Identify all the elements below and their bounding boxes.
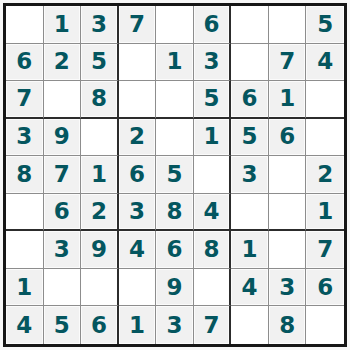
cell-r3c7[interactable]: 6 [231, 81, 269, 119]
cell-r8c2[interactable] [44, 269, 82, 307]
cell-r7c9[interactable]: 7 [306, 231, 344, 269]
cell-r7c2[interactable]: 3 [44, 231, 82, 269]
cell-r2c4[interactable] [119, 44, 157, 82]
cell-r1c9[interactable]: 5 [306, 6, 344, 44]
cell-r5c1[interactable]: 8 [6, 156, 44, 194]
cell-r9c2[interactable]: 5 [44, 306, 82, 344]
cell-r3c8[interactable]: 1 [269, 81, 307, 119]
cell-r7c4[interactable]: 4 [119, 231, 157, 269]
cell-r9c6[interactable]: 7 [194, 306, 232, 344]
cell-r2c7[interactable] [231, 44, 269, 82]
cell-r8c4[interactable] [119, 269, 157, 307]
cell-r5c2[interactable]: 7 [44, 156, 82, 194]
cell-r1c6[interactable]: 6 [194, 6, 232, 44]
cell-r4c8[interactable]: 6 [269, 119, 307, 157]
cell-r7c5[interactable]: 6 [156, 231, 194, 269]
cell-r4c9[interactable] [306, 119, 344, 157]
cell-r5c6[interactable] [194, 156, 232, 194]
cell-r6c5[interactable]: 8 [156, 194, 194, 232]
cell-r9c9[interactable] [306, 306, 344, 344]
cell-r7c3[interactable]: 9 [81, 231, 119, 269]
cell-r7c1[interactable] [6, 231, 44, 269]
cell-r3c6[interactable]: 5 [194, 81, 232, 119]
cell-r3c9[interactable] [306, 81, 344, 119]
cell-r6c9[interactable]: 1 [306, 194, 344, 232]
cell-r4c4[interactable]: 2 [119, 119, 157, 157]
cell-r5c7[interactable]: 3 [231, 156, 269, 194]
cell-r1c2[interactable]: 1 [44, 6, 82, 44]
cell-r6c4[interactable]: 3 [119, 194, 157, 232]
cell-r5c9[interactable]: 2 [306, 156, 344, 194]
cell-r2c5[interactable]: 1 [156, 44, 194, 82]
cell-r8c7[interactable]: 4 [231, 269, 269, 307]
cell-r5c4[interactable]: 6 [119, 156, 157, 194]
cell-r8c1[interactable]: 1 [6, 269, 44, 307]
cell-r9c4[interactable]: 1 [119, 306, 157, 344]
cell-r7c7[interactable]: 1 [231, 231, 269, 269]
cell-r9c5[interactable]: 3 [156, 306, 194, 344]
cell-r4c3[interactable] [81, 119, 119, 157]
cell-r1c7[interactable] [231, 6, 269, 44]
cell-r3c3[interactable]: 8 [81, 81, 119, 119]
cell-r6c8[interactable] [269, 194, 307, 232]
cell-r8c6[interactable] [194, 269, 232, 307]
cell-r2c3[interactable]: 5 [81, 44, 119, 82]
cell-r4c1[interactable]: 3 [6, 119, 44, 157]
cell-r3c1[interactable]: 7 [6, 81, 44, 119]
cell-r6c1[interactable] [6, 194, 44, 232]
cell-r1c1[interactable] [6, 6, 44, 44]
cell-r1c5[interactable] [156, 6, 194, 44]
sudoku-board: 1376562513747856139215687165326238413946… [3, 3, 347, 347]
cell-r5c5[interactable]: 5 [156, 156, 194, 194]
cell-r9c8[interactable]: 8 [269, 306, 307, 344]
cell-r2c8[interactable]: 7 [269, 44, 307, 82]
cell-r1c8[interactable] [269, 6, 307, 44]
cell-r9c1[interactable]: 4 [6, 306, 44, 344]
cell-r8c9[interactable]: 6 [306, 269, 344, 307]
cell-r7c8[interactable] [269, 231, 307, 269]
cell-r6c2[interactable]: 6 [44, 194, 82, 232]
cell-r9c3[interactable]: 6 [81, 306, 119, 344]
cell-r4c6[interactable]: 1 [194, 119, 232, 157]
cell-r3c4[interactable] [119, 81, 157, 119]
cell-r4c7[interactable]: 5 [231, 119, 269, 157]
cell-r6c3[interactable]: 2 [81, 194, 119, 232]
cell-r3c5[interactable] [156, 81, 194, 119]
cell-r8c3[interactable] [81, 269, 119, 307]
cell-r3c2[interactable] [44, 81, 82, 119]
cell-r1c3[interactable]: 3 [81, 6, 119, 44]
cell-r6c7[interactable] [231, 194, 269, 232]
cell-r8c5[interactable]: 9 [156, 269, 194, 307]
cell-r1c4[interactable]: 7 [119, 6, 157, 44]
cell-r4c5[interactable] [156, 119, 194, 157]
cell-r8c8[interactable]: 3 [269, 269, 307, 307]
cell-r2c9[interactable]: 4 [306, 44, 344, 82]
cell-r2c1[interactable]: 6 [6, 44, 44, 82]
cell-r2c2[interactable]: 2 [44, 44, 82, 82]
cell-r9c7[interactable] [231, 306, 269, 344]
cell-r2c6[interactable]: 3 [194, 44, 232, 82]
sudoku-page: 1376562513747856139215687165326238413946… [0, 0, 350, 350]
cell-r6c6[interactable]: 4 [194, 194, 232, 232]
cell-r7c6[interactable]: 8 [194, 231, 232, 269]
cell-r4c2[interactable]: 9 [44, 119, 82, 157]
cell-r5c8[interactable] [269, 156, 307, 194]
cell-r5c3[interactable]: 1 [81, 156, 119, 194]
